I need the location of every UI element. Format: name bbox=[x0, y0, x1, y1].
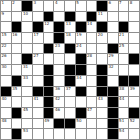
clue-number: 54 bbox=[119, 129, 124, 133]
clue-number: 49 bbox=[44, 119, 49, 123]
clue-number: 47 bbox=[87, 108, 92, 112]
black-cell bbox=[12, 76, 23, 87]
clue-number: 10 bbox=[23, 12, 28, 16]
crossword-grid: 1234567891011121314151617181920212223242… bbox=[0, 0, 140, 140]
grid-cell[interactable]: 8 bbox=[129, 1, 140, 12]
clue-number: 7 bbox=[119, 1, 122, 5]
grid-cell[interactable] bbox=[129, 97, 140, 108]
clue-number: 33 bbox=[23, 76, 28, 80]
grid-cell[interactable]: 43 bbox=[97, 97, 108, 108]
black-cell bbox=[76, 54, 87, 65]
clue-number: 23 bbox=[55, 44, 60, 48]
grid-cell[interactable] bbox=[22, 22, 33, 33]
black-cell bbox=[44, 65, 55, 76]
grid-cell[interactable] bbox=[108, 33, 119, 44]
grid-cell[interactable]: 4 bbox=[54, 1, 65, 12]
black-cell bbox=[129, 76, 140, 87]
grid-cell[interactable] bbox=[33, 108, 44, 119]
grid-cell[interactable] bbox=[129, 44, 140, 55]
grid-cell[interactable] bbox=[97, 44, 108, 55]
clue-number: 11 bbox=[98, 12, 103, 16]
clue-number: 28 bbox=[87, 54, 92, 58]
grid-cell[interactable]: 54 bbox=[119, 129, 130, 140]
grid-cell[interactable]: 41 bbox=[33, 97, 44, 108]
clue-number: 40 bbox=[2, 97, 7, 101]
grid-cell[interactable] bbox=[54, 129, 65, 140]
grid-cell[interactable]: 24 bbox=[76, 44, 87, 55]
grid-cell[interactable] bbox=[12, 12, 23, 23]
clue-number: 37 bbox=[66, 87, 71, 91]
grid-cell[interactable] bbox=[44, 129, 55, 140]
black-cell bbox=[108, 97, 119, 108]
grid-cell[interactable]: 11 bbox=[97, 12, 108, 23]
grid-cell[interactable] bbox=[12, 97, 23, 108]
grid-cell[interactable] bbox=[22, 87, 33, 98]
grid-cell[interactable]: 39 bbox=[129, 87, 140, 98]
black-cell bbox=[65, 76, 76, 87]
grid-cell[interactable] bbox=[87, 65, 98, 76]
grid-cell[interactable] bbox=[44, 1, 55, 12]
grid-cell[interactable]: 9 bbox=[1, 12, 12, 23]
grid-cell[interactable] bbox=[119, 108, 130, 119]
clue-number: 6 bbox=[108, 1, 111, 5]
black-cell bbox=[108, 108, 119, 119]
grid-cell[interactable]: 48 bbox=[1, 119, 12, 130]
clue-number: 43 bbox=[98, 97, 103, 101]
grid-cell[interactable]: 12 bbox=[44, 22, 55, 33]
black-cell bbox=[44, 97, 55, 108]
grid-cell[interactable] bbox=[33, 65, 44, 76]
grid-cell[interactable]: 37 bbox=[65, 87, 76, 98]
grid-cell[interactable] bbox=[129, 12, 140, 23]
grid-cell[interactable] bbox=[76, 97, 87, 108]
grid-cell[interactable]: 2 bbox=[12, 1, 23, 12]
grid-cell[interactable]: 28 bbox=[87, 54, 98, 65]
grid-cell[interactable] bbox=[54, 12, 65, 23]
grid-cell[interactable]: 27 bbox=[33, 54, 44, 65]
clue-number: 27 bbox=[34, 54, 39, 58]
clue-number: 2 bbox=[12, 1, 15, 5]
grid-cell[interactable] bbox=[12, 119, 23, 130]
clue-number: 25 bbox=[119, 44, 124, 48]
clue-number: 46 bbox=[55, 108, 60, 112]
black-cell bbox=[44, 76, 55, 87]
black-cell bbox=[108, 129, 119, 140]
grid-cell[interactable]: 23 bbox=[54, 44, 65, 55]
grid-cell[interactable]: 35 bbox=[12, 87, 23, 98]
grid-cell[interactable]: 52 bbox=[129, 119, 140, 130]
black-cell bbox=[97, 76, 108, 87]
grid-cell[interactable] bbox=[129, 65, 140, 76]
clue-number: 52 bbox=[130, 119, 135, 123]
clue-number: 20 bbox=[98, 33, 103, 37]
clue-number: 17 bbox=[34, 33, 39, 37]
grid-cell[interactable] bbox=[54, 54, 65, 65]
grid-cell[interactable]: 16 bbox=[12, 33, 23, 44]
grid-cell[interactable]: 32 bbox=[108, 65, 119, 76]
clue-number: 29 bbox=[108, 54, 113, 58]
clue-number: 53 bbox=[23, 129, 28, 133]
grid-cell[interactable] bbox=[76, 129, 87, 140]
clue-number: 4 bbox=[55, 1, 58, 5]
black-cell bbox=[129, 54, 140, 65]
clue-number: 32 bbox=[108, 65, 113, 69]
clue-number: 35 bbox=[12, 87, 17, 91]
clue-number: 26 bbox=[2, 54, 7, 58]
clue-number: 14 bbox=[87, 22, 92, 26]
grid-cell[interactable]: 30 bbox=[1, 65, 12, 76]
black-cell bbox=[44, 87, 55, 98]
grid-cell[interactable] bbox=[44, 54, 55, 65]
clue-number: 36 bbox=[55, 87, 60, 91]
clue-number: 1 bbox=[2, 1, 5, 5]
grid-cell[interactable] bbox=[65, 54, 76, 65]
black-cell bbox=[65, 119, 76, 130]
black-cell bbox=[54, 22, 65, 33]
black-cell bbox=[12, 129, 23, 140]
grid-cell[interactable] bbox=[65, 97, 76, 108]
grid-cell[interactable]: 44 bbox=[119, 97, 130, 108]
grid-cell[interactable]: 17 bbox=[33, 33, 44, 44]
grid-cell[interactable]: 5 bbox=[76, 1, 87, 12]
grid-cell[interactable] bbox=[33, 119, 44, 130]
black-cell bbox=[65, 65, 76, 76]
clue-number: 19 bbox=[76, 33, 81, 37]
clue-number: 24 bbox=[76, 44, 81, 48]
grid-cell[interactable] bbox=[119, 65, 130, 76]
grid-cell[interactable] bbox=[87, 129, 98, 140]
clue-number: 42 bbox=[55, 97, 60, 101]
grid-cell[interactable] bbox=[44, 33, 55, 44]
clue-number: 44 bbox=[119, 97, 124, 101]
grid-cell[interactable] bbox=[97, 129, 108, 140]
clue-number: 50 bbox=[76, 119, 81, 123]
grid-cell[interactable] bbox=[108, 76, 119, 87]
grid-cell[interactable] bbox=[33, 76, 44, 87]
clue-number: 39 bbox=[130, 87, 135, 91]
grid-cell[interactable] bbox=[129, 129, 140, 140]
grid-cell[interactable]: 46 bbox=[54, 108, 65, 119]
black-cell bbox=[54, 119, 65, 130]
clue-number: 15 bbox=[2, 33, 7, 37]
grid-cell[interactable] bbox=[22, 33, 33, 44]
grid-cell[interactable] bbox=[22, 44, 33, 55]
black-cell bbox=[76, 108, 87, 119]
black-cell bbox=[44, 108, 55, 119]
grid-cell[interactable]: 34 bbox=[76, 76, 87, 87]
grid-cell[interactable] bbox=[97, 119, 108, 130]
clue-number: 5 bbox=[76, 1, 79, 5]
grid-cell[interactable] bbox=[65, 108, 76, 119]
clue-number: 30 bbox=[2, 65, 7, 69]
grid-cell[interactable]: 3 bbox=[33, 1, 44, 12]
clue-number: 51 bbox=[119, 119, 124, 123]
grid-cell[interactable]: 25 bbox=[119, 44, 130, 55]
grid-cell[interactable]: 14 bbox=[87, 22, 98, 33]
grid-cell[interactable]: 7 bbox=[119, 1, 130, 12]
grid-cell[interactable]: 45 bbox=[22, 108, 33, 119]
grid-cell[interactable] bbox=[129, 33, 140, 44]
grid-cell[interactable]: 50 bbox=[76, 119, 87, 130]
clue-number: 31 bbox=[23, 65, 28, 69]
clue-number: 13 bbox=[66, 22, 71, 26]
black-cell bbox=[76, 87, 87, 98]
black-cell bbox=[129, 108, 140, 119]
grid-cell[interactable] bbox=[54, 76, 65, 87]
grid-cell[interactable] bbox=[129, 22, 140, 33]
grid-cell[interactable]: 6 bbox=[108, 1, 119, 12]
black-cell bbox=[97, 65, 108, 76]
grid-cell[interactable]: 33 bbox=[22, 76, 33, 87]
clue-number: 41 bbox=[34, 97, 39, 101]
grid-cell[interactable] bbox=[87, 33, 98, 44]
black-cell bbox=[12, 108, 23, 119]
grid-cell[interactable] bbox=[1, 108, 12, 119]
black-cell bbox=[119, 76, 130, 87]
clue-number: 38 bbox=[119, 87, 124, 91]
clue-number: 34 bbox=[76, 76, 81, 80]
grid-cell[interactable]: 20 bbox=[97, 33, 108, 44]
grid-cell[interactable]: 40 bbox=[1, 97, 12, 108]
black-cell bbox=[108, 87, 119, 98]
grid-cell[interactable] bbox=[1, 129, 12, 140]
grid-cell[interactable] bbox=[12, 65, 23, 76]
grid-cell[interactable] bbox=[87, 1, 98, 12]
clue-number: 16 bbox=[12, 33, 17, 37]
grid-cell[interactable]: 10 bbox=[22, 12, 33, 23]
grid-cell[interactable] bbox=[87, 119, 98, 130]
clue-number: 9 bbox=[2, 12, 5, 16]
grid-cell[interactable] bbox=[108, 12, 119, 23]
clue-number: 8 bbox=[130, 1, 133, 5]
grid-cell[interactable]: 49 bbox=[44, 119, 55, 130]
grid-cell[interactable]: 18 bbox=[65, 33, 76, 44]
grid-cell[interactable] bbox=[54, 65, 65, 76]
grid-cell[interactable] bbox=[33, 12, 44, 23]
clue-number: 45 bbox=[23, 108, 28, 112]
clue-number: 21 bbox=[119, 33, 124, 37]
grid-cell[interactable] bbox=[87, 87, 98, 98]
grid-cell[interactable] bbox=[12, 54, 23, 65]
clue-number: 3 bbox=[34, 1, 37, 5]
grid-cell[interactable] bbox=[76, 12, 87, 23]
grid-cell[interactable] bbox=[12, 44, 23, 55]
clue-number: 12 bbox=[44, 22, 49, 26]
black-cell bbox=[65, 44, 76, 55]
grid-cell[interactable]: 53 bbox=[22, 129, 33, 140]
grid-cell[interactable] bbox=[108, 22, 119, 33]
grid-cell[interactable] bbox=[97, 108, 108, 119]
grid-cell[interactable] bbox=[33, 129, 44, 140]
grid-cell[interactable] bbox=[65, 1, 76, 12]
clue-number: 22 bbox=[2, 44, 7, 48]
grid-cell[interactable] bbox=[97, 54, 108, 65]
grid-cell[interactable]: 47 bbox=[87, 108, 98, 119]
black-cell bbox=[108, 119, 119, 130]
grid-cell[interactable] bbox=[119, 12, 130, 23]
clue-number: 18 bbox=[66, 33, 71, 37]
black-cell bbox=[44, 44, 55, 55]
grid-cell[interactable] bbox=[1, 76, 12, 87]
grid-cell[interactable] bbox=[119, 54, 130, 65]
grid-cell[interactable] bbox=[65, 129, 76, 140]
clue-number: 48 bbox=[2, 119, 7, 123]
grid-cell[interactable] bbox=[87, 76, 98, 87]
